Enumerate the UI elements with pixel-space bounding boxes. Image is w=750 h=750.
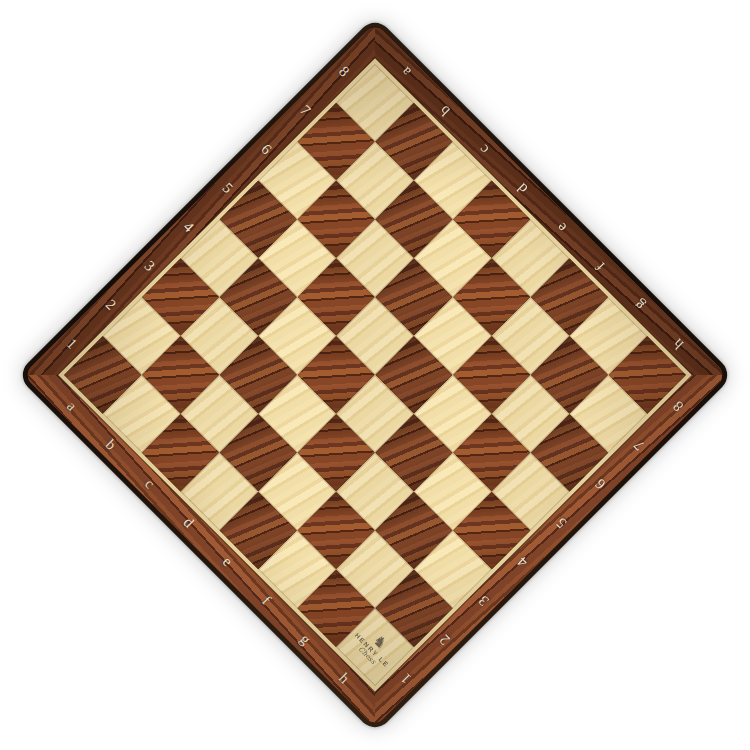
board-rotation-wrapper: 87654321 87654321 abcdefgh abcdefgh ♞ HE… [16,16,734,734]
chess-board: 87654321 87654321 abcdefgh abcdefgh ♞ HE… [16,16,734,734]
photo-background: 87654321 87654321 abcdefgh abcdefgh ♞ HE… [0,0,750,750]
maple-fillet [58,58,692,692]
board-squares [64,64,686,686]
board-frame: 87654321 87654321 abcdefgh abcdefgh ♞ HE… [23,23,727,727]
